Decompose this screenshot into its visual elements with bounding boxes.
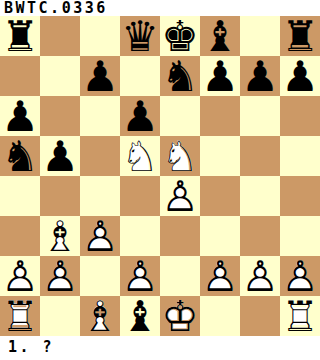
piece-white-pawn[interactable]: ♙ [40, 256, 80, 296]
piece-black-rook[interactable]: ♜ [0, 16, 40, 56]
square-a1[interactable]: ♜♖ [0, 296, 40, 336]
square-f2[interactable]: ♟♙ [200, 256, 240, 296]
piece-white-pawn-fill: ♟ [120, 256, 160, 296]
square-b4[interactable] [40, 176, 80, 216]
piece-white-pawn-fill: ♟ [280, 256, 320, 296]
square-e1[interactable]: ♚♔ [160, 296, 200, 336]
piece-black-queen[interactable]: ♛ [120, 16, 160, 56]
piece-white-pawn-fill: ♟ [80, 216, 120, 256]
square-d2[interactable]: ♟♙ [120, 256, 160, 296]
square-f3[interactable] [200, 216, 240, 256]
square-f4[interactable] [200, 176, 240, 216]
square-e7[interactable]: ♞ [160, 56, 200, 96]
square-f8[interactable]: ♝ [200, 16, 240, 56]
square-e2[interactable] [160, 256, 200, 296]
square-g6[interactable] [240, 96, 280, 136]
square-a4[interactable] [0, 176, 40, 216]
square-e4[interactable]: ♟♙ [160, 176, 200, 216]
piece-white-pawn-fill: ♟ [0, 256, 40, 296]
square-e5[interactable]: ♞♘ [160, 136, 200, 176]
square-a5[interactable]: ♞ [0, 136, 40, 176]
square-c5[interactable] [80, 136, 120, 176]
piece-white-pawn[interactable]: ♙ [200, 256, 240, 296]
square-d7[interactable] [120, 56, 160, 96]
piece-black-pawn[interactable]: ♟ [0, 96, 40, 136]
square-a3[interactable] [0, 216, 40, 256]
piece-white-knight-fill: ♞ [120, 136, 160, 176]
piece-white-pawn-fill: ♟ [40, 256, 80, 296]
piece-black-king[interactable]: ♚ [160, 16, 200, 56]
square-h2[interactable]: ♟♙ [280, 256, 320, 296]
square-b6[interactable] [40, 96, 80, 136]
square-h4[interactable] [280, 176, 320, 216]
square-g2[interactable]: ♟♙ [240, 256, 280, 296]
square-f7[interactable]: ♟ [200, 56, 240, 96]
piece-white-pawn[interactable]: ♙ [280, 256, 320, 296]
piece-white-rook[interactable]: ♖ [280, 296, 320, 336]
piece-black-pawn[interactable]: ♟ [40, 136, 80, 176]
square-c8[interactable] [80, 16, 120, 56]
piece-white-king[interactable]: ♔ [160, 296, 200, 336]
piece-black-bishop[interactable]: ♝ [200, 16, 240, 56]
square-d4[interactable] [120, 176, 160, 216]
square-b8[interactable] [40, 16, 80, 56]
piece-white-bishop[interactable]: ♗ [80, 296, 120, 336]
square-h6[interactable] [280, 96, 320, 136]
square-c1[interactable]: ♝♗ [80, 296, 120, 336]
piece-black-knight[interactable]: ♞ [0, 136, 40, 176]
square-g1[interactable] [240, 296, 280, 336]
square-d8[interactable]: ♛ [120, 16, 160, 56]
piece-white-pawn-fill: ♟ [160, 176, 200, 216]
square-e3[interactable] [160, 216, 200, 256]
square-g8[interactable] [240, 16, 280, 56]
square-b2[interactable]: ♟♙ [40, 256, 80, 296]
piece-white-rook-fill: ♜ [280, 296, 320, 336]
square-b1[interactable] [40, 296, 80, 336]
square-g7[interactable]: ♟ [240, 56, 280, 96]
square-a6[interactable]: ♟ [0, 96, 40, 136]
piece-white-knight-fill: ♞ [160, 136, 200, 176]
chess-puzzle-window: BWTC.0336 ♜♛♚♝♜♟♞♟♟♟♟♟♞♟♞♘♞♘♟♙♝♗♟♙♟♙♟♙♟♙… [0, 0, 320, 360]
piece-black-rook[interactable]: ♜ [280, 16, 320, 56]
piece-white-pawn-fill: ♟ [200, 256, 240, 296]
square-c7[interactable]: ♟ [80, 56, 120, 96]
square-f6[interactable] [200, 96, 240, 136]
square-d3[interactable] [120, 216, 160, 256]
move-prompt: 1. ? [0, 336, 320, 360]
square-h1[interactable]: ♜♖ [280, 296, 320, 336]
square-h7[interactable]: ♟ [280, 56, 320, 96]
piece-white-pawn[interactable]: ♙ [80, 216, 120, 256]
square-h8[interactable]: ♜ [280, 16, 320, 56]
square-c3[interactable]: ♟♙ [80, 216, 120, 256]
square-e8[interactable]: ♚ [160, 16, 200, 56]
piece-black-pawn[interactable]: ♟ [240, 56, 280, 96]
square-f5[interactable] [200, 136, 240, 176]
piece-black-knight[interactable]: ♞ [160, 56, 200, 96]
square-a7[interactable] [0, 56, 40, 96]
piece-black-pawn[interactable]: ♟ [280, 56, 320, 96]
square-g3[interactable] [240, 216, 280, 256]
piece-black-pawn[interactable]: ♟ [80, 56, 120, 96]
square-c6[interactable] [80, 96, 120, 136]
square-a2[interactable]: ♟♙ [0, 256, 40, 296]
piece-white-bishop-fill: ♝ [80, 296, 120, 336]
square-c2[interactable] [80, 256, 120, 296]
square-e6[interactable] [160, 96, 200, 136]
piece-white-rook[interactable]: ♖ [0, 296, 40, 336]
piece-black-pawn[interactable]: ♟ [120, 96, 160, 136]
square-d6[interactable]: ♟ [120, 96, 160, 136]
piece-white-knight[interactable]: ♘ [120, 136, 160, 176]
piece-white-pawn[interactable]: ♙ [120, 256, 160, 296]
piece-white-knight[interactable]: ♘ [160, 136, 200, 176]
piece-white-pawn[interactable]: ♙ [0, 256, 40, 296]
window-title: BWTC.0336 [0, 0, 320, 16]
square-g4[interactable] [240, 176, 280, 216]
piece-white-king-fill: ♚ [160, 296, 200, 336]
square-g5[interactable] [240, 136, 280, 176]
square-d1[interactable]: ♝ [120, 296, 160, 336]
square-h5[interactable] [280, 136, 320, 176]
piece-black-bishop[interactable]: ♝ [120, 296, 160, 336]
piece-white-pawn[interactable]: ♙ [240, 256, 280, 296]
piece-white-rook-fill: ♜ [0, 296, 40, 336]
square-b3[interactable]: ♝♗ [40, 216, 80, 256]
piece-white-bishop[interactable]: ♗ [40, 216, 80, 256]
square-d5[interactable]: ♞♘ [120, 136, 160, 176]
square-a8[interactable]: ♜ [0, 16, 40, 56]
square-b7[interactable] [40, 56, 80, 96]
piece-white-pawn-fill: ♟ [240, 256, 280, 296]
square-c4[interactable] [80, 176, 120, 216]
square-h3[interactable] [280, 216, 320, 256]
piece-black-pawn[interactable]: ♟ [200, 56, 240, 96]
square-f1[interactable] [200, 296, 240, 336]
square-b5[interactable]: ♟ [40, 136, 80, 176]
chess-board: ♜♛♚♝♜♟♞♟♟♟♟♟♞♟♞♘♞♘♟♙♝♗♟♙♟♙♟♙♟♙♟♙♟♙♟♙♜♖♝♗… [0, 16, 320, 336]
piece-white-pawn[interactable]: ♙ [160, 176, 200, 216]
piece-white-bishop-fill: ♝ [40, 216, 80, 256]
